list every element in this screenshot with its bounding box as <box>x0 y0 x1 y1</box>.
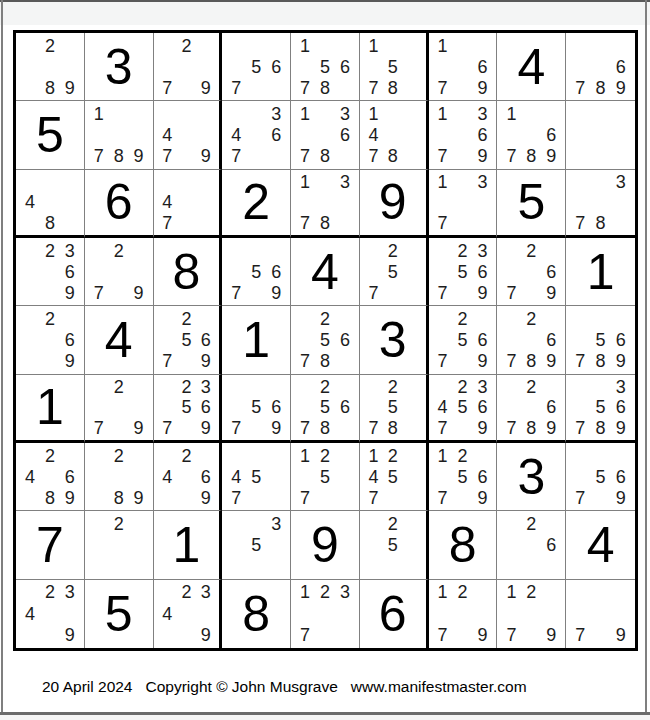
candidate-empty <box>402 56 421 77</box>
candidate-3: 3 <box>473 103 493 124</box>
cell-r8c2[interactable]: 2 <box>85 511 154 579</box>
candidate-empty <box>177 418 196 438</box>
candidate-9: 9 <box>541 146 561 167</box>
cell-r5c8[interactable]: 26789 <box>497 306 566 374</box>
candidate-4: 4 <box>226 466 246 487</box>
cell-r5c5[interactable]: 25678 <box>291 306 360 374</box>
candidate-empty <box>295 192 315 212</box>
cell-r6c4[interactable]: 5679 <box>222 375 291 443</box>
cell-r6c2[interactable]: 279 <box>85 375 154 443</box>
candidate-7: 7 <box>433 213 453 233</box>
candidate-empty <box>383 487 402 508</box>
cell-r5c1[interactable]: 269 <box>16 306 85 374</box>
candidate-6: 6 <box>611 466 631 487</box>
candidate-empty <box>60 172 80 192</box>
candidate-9: 9 <box>60 77 80 98</box>
candidate-empty <box>335 377 355 397</box>
big-digit: 1 <box>242 315 270 365</box>
cell-r1c4[interactable]: 567 <box>222 33 291 101</box>
candidate-empty <box>315 487 335 508</box>
cell-r2c6[interactable]: 1478 <box>360 101 429 169</box>
candidate-2: 2 <box>177 35 196 56</box>
cell-r9c4[interactable]: 8 <box>222 580 291 648</box>
candidate-3: 3 <box>473 172 493 192</box>
candidate-1: 1 <box>433 172 453 192</box>
candidate-empty <box>570 172 590 192</box>
cell-r7c6[interactable]: 12457 <box>360 443 429 511</box>
cell-r6c5[interactable]: 25678 <box>291 375 360 443</box>
candidate-empty <box>473 35 493 56</box>
candidate-7: 7 <box>158 213 177 233</box>
candidate-empty <box>541 603 561 624</box>
candidate-empty <box>89 534 109 555</box>
cell-r2c7[interactable]: 13679 <box>429 101 498 169</box>
cell-r6c7[interactable]: 2345679 <box>429 375 498 443</box>
candidate-empty <box>89 556 109 577</box>
cell-r4c6[interactable]: 257 <box>360 238 429 306</box>
candidate-7: 7 <box>158 418 177 438</box>
cell-r9c2[interactable]: 5 <box>85 580 154 648</box>
candidate-empty <box>226 240 246 261</box>
candidate-empty <box>453 603 473 624</box>
cell-r6c3[interactable]: 235679 <box>154 375 223 443</box>
candidate-9: 9 <box>473 487 493 508</box>
candidates: 1237 <box>291 580 359 648</box>
candidate-empty <box>226 534 246 555</box>
candidate-empty <box>521 103 541 124</box>
candidate-5: 5 <box>315 466 335 487</box>
candidates: 26789 <box>497 375 565 440</box>
candidate-6: 6 <box>473 56 493 77</box>
candidate-empty <box>611 146 631 167</box>
cell-r3c3[interactable]: 47 <box>154 170 223 238</box>
cell-r3c2[interactable]: 6 <box>85 170 154 238</box>
cell-r9c3[interactable]: 2349 <box>154 580 223 648</box>
candidate-9: 9 <box>541 625 561 646</box>
candidate-empty <box>246 124 266 145</box>
cell-r2c8[interactable]: 16789 <box>497 101 566 169</box>
candidate-empty <box>226 35 246 56</box>
cell-r1c6[interactable]: 1578 <box>360 33 429 101</box>
candidate-empty <box>453 418 473 438</box>
candidate-7: 7 <box>295 625 315 646</box>
candidate-empty <box>20 351 40 372</box>
candidate-empty <box>364 56 383 77</box>
cell-r3c4[interactable]: 2 <box>222 170 291 238</box>
cell-r8c4[interactable]: 35 <box>222 511 291 579</box>
candidate-9: 9 <box>473 146 493 167</box>
candidate-empty <box>433 124 453 145</box>
candidate-empty <box>158 103 177 124</box>
candidate-empty <box>570 146 590 167</box>
candidate-8: 8 <box>590 213 610 233</box>
candidate-9: 9 <box>611 351 631 372</box>
candidate-empty <box>570 124 590 145</box>
candidate-9: 9 <box>129 282 149 303</box>
candidate-empty <box>570 192 590 212</box>
candidates: 2 <box>85 511 153 578</box>
cell-r7c5[interactable]: 1257 <box>291 443 360 511</box>
cell-r2c9[interactable] <box>566 101 635 169</box>
candidate-empty <box>501 603 521 624</box>
candidate-6: 6 <box>541 329 561 350</box>
candidate-9: 9 <box>611 77 631 98</box>
candidate-6: 6 <box>196 466 215 487</box>
candidate-5: 5 <box>315 397 335 417</box>
candidates: 1679 <box>429 33 497 100</box>
candidate-7: 7 <box>570 77 590 98</box>
cell-r7c2[interactable]: 289 <box>85 443 154 511</box>
cell-r8c9[interactable]: 4 <box>566 511 635 579</box>
candidate-7: 7 <box>158 146 177 167</box>
candidate-empty <box>611 124 631 145</box>
candidate-7: 7 <box>226 487 246 508</box>
big-digit: 9 <box>379 177 407 227</box>
cell-r4c9[interactable]: 1 <box>566 238 635 306</box>
candidate-1: 1 <box>501 582 521 603</box>
cell-r8c8[interactable]: 26 <box>497 511 566 579</box>
footer-website: www.manifestmaster.com <box>351 678 527 696</box>
cell-r1c7[interactable]: 1679 <box>429 33 498 101</box>
candidate-7: 7 <box>433 77 453 98</box>
candidate-7: 7 <box>364 146 383 167</box>
candidate-empty <box>521 282 541 303</box>
candidates: 16789 <box>497 101 565 168</box>
candidate-8: 8 <box>109 146 129 167</box>
big-digit: 8 <box>242 589 270 639</box>
candidate-7: 7 <box>433 487 453 508</box>
cell-r3c7[interactable]: 137 <box>429 170 498 238</box>
candidate-2: 2 <box>177 582 196 603</box>
cell-r8c1[interactable]: 7 <box>16 511 85 579</box>
candidates: 25678 <box>291 375 359 440</box>
cell-r7c3[interactable]: 2469 <box>154 443 223 511</box>
candidate-empty <box>590 146 610 167</box>
candidate-7: 7 <box>295 146 315 167</box>
candidate-empty <box>402 556 421 577</box>
candidates: 25 <box>360 511 426 578</box>
candidate-7: 7 <box>226 77 246 98</box>
candidate-empty <box>246 35 266 56</box>
candidate-6: 6 <box>60 261 80 282</box>
candidate-empty <box>158 397 177 417</box>
candidate-5: 5 <box>246 466 266 487</box>
cell-r6c8[interactable]: 26789 <box>497 375 566 443</box>
candidate-9: 9 <box>541 282 561 303</box>
candidate-2: 2 <box>109 513 129 534</box>
candidates: 257 <box>360 238 426 305</box>
candidate-empty <box>158 625 177 646</box>
candidate-empty <box>177 56 196 77</box>
candidate-empty <box>402 124 421 145</box>
candidate-9: 9 <box>541 418 561 438</box>
candidate-empty <box>177 466 196 487</box>
candidate-empty <box>590 124 610 145</box>
cell-r4c7[interactable]: 235679 <box>429 238 498 306</box>
candidate-empty <box>129 240 149 261</box>
candidate-empty <box>402 282 421 303</box>
candidate-empty <box>40 351 60 372</box>
cell-r1c2[interactable]: 3 <box>85 33 154 101</box>
big-digit: 5 <box>105 589 133 639</box>
big-digit: 8 <box>173 247 201 297</box>
big-digit: 6 <box>379 589 407 639</box>
candidate-empty <box>40 603 60 624</box>
cell-r5c4[interactable]: 1 <box>222 306 291 374</box>
big-digit: 3 <box>379 315 407 365</box>
candidate-empty <box>570 397 590 417</box>
cell-r8c7[interactable]: 8 <box>429 511 498 579</box>
big-digit: 6 <box>105 177 133 227</box>
candidate-empty <box>335 146 355 167</box>
candidate-7: 7 <box>433 282 453 303</box>
candidate-empty <box>402 240 421 261</box>
candidates: 279 <box>85 238 153 305</box>
candidate-empty <box>177 77 196 98</box>
candidates: 1378 <box>291 170 359 235</box>
candidate-empty <box>246 445 266 466</box>
candidates: 2349 <box>16 580 84 648</box>
candidate-2: 2 <box>109 445 129 466</box>
candidate-7: 7 <box>364 487 383 508</box>
cell-r3c9[interactable]: 378 <box>566 170 635 238</box>
candidate-empty <box>590 103 610 124</box>
candidate-empty <box>315 103 335 124</box>
cell-r3c6[interactable]: 9 <box>360 170 429 238</box>
candidate-empty <box>196 35 215 56</box>
cell-r8c6[interactable]: 25 <box>360 511 429 579</box>
candidates <box>566 101 635 168</box>
cell-r3c5[interactable]: 1378 <box>291 170 360 238</box>
candidate-empty <box>196 308 215 329</box>
cell-r3c8[interactable]: 5 <box>497 170 566 238</box>
candidate-5: 5 <box>383 466 402 487</box>
candidates: 279 <box>85 375 153 440</box>
candidate-empty <box>89 240 109 261</box>
cell-r6c9[interactable]: 356789 <box>566 375 635 443</box>
candidate-2: 2 <box>453 377 473 397</box>
candidate-empty <box>364 240 383 261</box>
cell-r5c9[interactable]: 56789 <box>566 306 635 374</box>
candidate-empty <box>521 329 541 350</box>
candidates: 2679 <box>497 238 565 305</box>
candidate-empty <box>453 213 473 233</box>
cell-r2c5[interactable]: 13678 <box>291 101 360 169</box>
candidate-empty <box>196 56 215 77</box>
cell-r4c5[interactable]: 4 <box>291 238 360 306</box>
candidate-empty <box>295 466 315 487</box>
cell-r2c1[interactable]: 5 <box>16 101 85 169</box>
candidate-empty <box>295 124 315 145</box>
candidate-empty <box>246 556 266 577</box>
candidate-4: 4 <box>226 124 246 145</box>
cell-r3c1[interactable]: 48 <box>16 170 85 238</box>
cell-r1c3[interactable]: 279 <box>154 33 223 101</box>
candidate-2: 2 <box>521 513 541 534</box>
cell-r6c6[interactable]: 2578 <box>360 375 429 443</box>
candidate-empty <box>266 487 286 508</box>
candidate-empty <box>590 445 610 466</box>
candidate-empty <box>109 261 129 282</box>
candidates: 13678 <box>291 101 359 168</box>
candidate-empty <box>590 35 610 56</box>
candidate-empty <box>570 466 590 487</box>
cell-r4c8[interactable]: 2679 <box>497 238 566 306</box>
candidate-empty <box>433 192 453 212</box>
candidate-empty <box>226 397 246 417</box>
candidate-empty <box>501 261 521 282</box>
cell-r2c3[interactable]: 479 <box>154 101 223 169</box>
candidate-6: 6 <box>611 56 631 77</box>
candidate-empty <box>226 103 246 124</box>
candidate-5: 5 <box>246 261 266 282</box>
cell-r7c4[interactable]: 457 <box>222 443 291 511</box>
candidate-empty <box>364 534 383 555</box>
candidate-empty <box>20 240 40 261</box>
candidates: 356789 <box>566 375 635 440</box>
candidate-empty <box>158 308 177 329</box>
cell-r7c1[interactable]: 24689 <box>16 443 85 511</box>
candidate-empty <box>177 213 196 233</box>
candidate-3: 3 <box>60 582 80 603</box>
cell-r7c7[interactable]: 125679 <box>429 443 498 511</box>
cell-r2c4[interactable]: 3467 <box>222 101 291 169</box>
candidate-9: 9 <box>473 77 493 98</box>
cell-r1c1[interactable]: 289 <box>16 33 85 101</box>
candidate-5: 5 <box>246 56 266 77</box>
candidates: 125679 <box>429 443 497 510</box>
candidate-9: 9 <box>196 77 215 98</box>
cell-r6c1[interactable]: 1 <box>16 375 85 443</box>
candidate-8: 8 <box>40 487 60 508</box>
candidate-empty <box>590 487 610 508</box>
cell-r9c1[interactable]: 2349 <box>16 580 85 648</box>
cell-r9c7[interactable]: 1279 <box>429 580 498 648</box>
candidate-empty <box>433 240 453 261</box>
candidate-empty <box>315 192 335 212</box>
candidate-empty <box>453 146 473 167</box>
candidate-8: 8 <box>109 487 129 508</box>
cell-r5c2[interactable]: 4 <box>85 306 154 374</box>
candidate-1: 1 <box>295 35 315 56</box>
candidate-7: 7 <box>226 282 246 303</box>
candidate-2: 2 <box>315 377 335 397</box>
candidates: 48 <box>16 170 84 235</box>
cell-r8c5[interactable]: 9 <box>291 511 360 579</box>
candidate-4: 4 <box>20 603 40 624</box>
candidate-empty <box>570 582 590 603</box>
cell-r1c8[interactable]: 4 <box>497 33 566 101</box>
top-bar <box>0 2 650 25</box>
candidate-7: 7 <box>364 77 383 98</box>
candidate-empty <box>40 192 60 212</box>
candidate-empty <box>501 329 521 350</box>
candidate-empty <box>60 56 80 77</box>
candidate-6: 6 <box>541 261 561 282</box>
candidates: 25679 <box>429 306 497 373</box>
candidate-empty <box>20 282 40 303</box>
candidate-empty <box>453 625 473 646</box>
candidate-empty <box>521 534 541 555</box>
candidate-empty <box>335 625 355 646</box>
candidate-2: 2 <box>383 240 402 261</box>
candidate-empty <box>89 466 109 487</box>
candidate-empty <box>60 35 80 56</box>
candidate-8: 8 <box>383 418 402 438</box>
candidate-9: 9 <box>60 487 80 508</box>
cell-r7c8[interactable]: 3 <box>497 443 566 511</box>
candidate-empty <box>473 582 493 603</box>
candidate-6: 6 <box>473 329 493 350</box>
candidate-7: 7 <box>364 418 383 438</box>
candidate-empty <box>433 56 453 77</box>
candidate-empty <box>20 77 40 98</box>
cell-r5c3[interactable]: 25679 <box>154 306 223 374</box>
cell-r5c6[interactable]: 3 <box>360 306 429 374</box>
candidate-empty <box>590 582 610 603</box>
candidate-7: 7 <box>364 282 383 303</box>
cell-r9c9[interactable]: 79 <box>566 580 635 648</box>
candidate-empty <box>129 397 149 417</box>
cell-r5c7[interactable]: 25679 <box>429 306 498 374</box>
cell-r7c9[interactable]: 5679 <box>566 443 635 511</box>
candidate-empty <box>226 445 246 466</box>
candidate-empty <box>453 35 473 56</box>
candidates: 25679 <box>154 306 220 373</box>
cell-r1c5[interactable]: 15678 <box>291 33 360 101</box>
candidate-empty <box>315 172 335 192</box>
candidate-empty <box>177 351 196 372</box>
candidate-2: 2 <box>109 240 129 261</box>
candidate-7: 7 <box>570 351 590 372</box>
candidate-empty <box>40 282 60 303</box>
candidate-empty <box>364 397 383 417</box>
candidate-5: 5 <box>453 397 473 417</box>
candidate-7: 7 <box>570 418 590 438</box>
candidates: 1279 <box>429 580 497 648</box>
candidate-empty <box>246 240 266 261</box>
cell-r4c4[interactable]: 5679 <box>222 238 291 306</box>
candidate-8: 8 <box>521 418 541 438</box>
cell-r2c2[interactable]: 1789 <box>85 101 154 169</box>
candidates: 35 <box>222 511 290 578</box>
cell-r4c2[interactable]: 279 <box>85 238 154 306</box>
candidate-9: 9 <box>473 625 493 646</box>
candidate-empty <box>158 582 177 603</box>
cell-r9c6[interactable]: 6 <box>360 580 429 648</box>
cell-r4c3[interactable]: 8 <box>154 238 223 306</box>
candidate-9: 9 <box>541 351 561 372</box>
candidate-8: 8 <box>315 146 335 167</box>
candidate-5: 5 <box>590 329 610 350</box>
candidates: 15678 <box>291 33 359 100</box>
candidate-empty <box>60 308 80 329</box>
candidate-1: 1 <box>364 35 383 56</box>
candidate-1: 1 <box>295 172 315 192</box>
cell-r9c5[interactable]: 1237 <box>291 580 360 648</box>
candidate-empty <box>177 124 196 145</box>
candidate-4: 4 <box>433 397 453 417</box>
candidate-empty <box>60 445 80 466</box>
cell-r4c1[interactable]: 2369 <box>16 238 85 306</box>
cell-r9c8[interactable]: 1279 <box>497 580 566 648</box>
candidate-3: 3 <box>335 103 355 124</box>
candidate-empty <box>541 308 561 329</box>
candidate-7: 7 <box>501 282 521 303</box>
cell-r1c9[interactable]: 6789 <box>566 33 635 101</box>
cell-r8c3[interactable]: 1 <box>154 511 223 579</box>
candidate-empty <box>433 377 453 397</box>
